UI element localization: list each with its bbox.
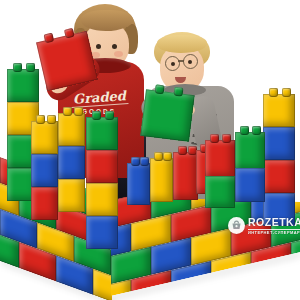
photo-scene: Graded GOODS bbox=[0, 0, 300, 300]
block-stud bbox=[47, 115, 56, 124]
block-stud bbox=[36, 115, 45, 124]
block-stud bbox=[174, 87, 184, 97]
tower-block bbox=[263, 160, 295, 193]
block-stud bbox=[44, 33, 55, 44]
block-stud bbox=[63, 107, 72, 116]
tower-block bbox=[58, 113, 85, 146]
tower-block bbox=[31, 154, 58, 187]
watermark-name: ROZETKA bbox=[248, 217, 300, 228]
tower-block bbox=[86, 216, 118, 249]
basket-icon bbox=[231, 220, 242, 231]
block-stud bbox=[222, 134, 231, 143]
child-left-blush-right bbox=[114, 51, 123, 57]
block-stud bbox=[154, 152, 163, 161]
tower-block bbox=[31, 187, 58, 220]
tower-block bbox=[263, 94, 295, 127]
watermark-tagline: ИНТЕРНЕТ-СУПЕРМАРКЕТ bbox=[248, 229, 300, 235]
rozetka-watermark: ROZETKA ИНТЕРНЕТ-СУПЕРМАРКЕТ bbox=[228, 217, 300, 235]
block-tower bbox=[58, 113, 85, 212]
parapet-block bbox=[205, 140, 235, 178]
block-stud bbox=[240, 126, 249, 135]
block-tower bbox=[31, 121, 58, 220]
held-green-block bbox=[140, 89, 194, 142]
tower-block bbox=[58, 179, 85, 212]
parapet-block bbox=[150, 158, 173, 202]
block-stud bbox=[13, 63, 22, 72]
block-stud bbox=[64, 28, 75, 39]
parapet-block bbox=[127, 163, 150, 205]
tower-block bbox=[86, 117, 118, 150]
hoodie-print-script: Graded bbox=[70, 88, 128, 108]
block-stud bbox=[92, 111, 101, 120]
block-stud bbox=[282, 88, 291, 97]
child-left-eye-right bbox=[112, 44, 117, 49]
tower-block bbox=[58, 146, 85, 179]
parapet-block bbox=[173, 152, 198, 200]
tower-block bbox=[86, 183, 118, 216]
glasses-lens-left bbox=[165, 56, 180, 71]
tower-block bbox=[31, 121, 58, 154]
block-stud bbox=[131, 157, 140, 166]
block-stud bbox=[154, 84, 164, 94]
block-stud bbox=[105, 111, 114, 120]
block-stud bbox=[163, 152, 172, 161]
block-stud bbox=[178, 146, 187, 155]
tower-block bbox=[86, 150, 118, 183]
block-tower bbox=[86, 117, 118, 249]
child-left-eye-left bbox=[96, 44, 101, 49]
block-tower bbox=[263, 94, 295, 226]
glasses-lens-right bbox=[183, 54, 198, 69]
parapet-block bbox=[235, 168, 265, 202]
block-stud bbox=[140, 157, 149, 166]
glasses-bridge bbox=[178, 60, 184, 62]
parapet-block bbox=[205, 176, 235, 208]
rozetka-watermark-texts: ROZETKA ИНТЕРНЕТ-СУПЕРМАРКЕТ bbox=[248, 217, 300, 235]
parapet-block bbox=[235, 132, 265, 170]
block-stud bbox=[26, 63, 35, 72]
rozetka-logo-icon bbox=[228, 217, 245, 234]
block-stud bbox=[210, 134, 219, 143]
block-stud bbox=[252, 126, 261, 135]
block-stud bbox=[74, 107, 83, 116]
tower-block bbox=[7, 69, 39, 102]
tower-block bbox=[263, 127, 295, 160]
block-stud bbox=[269, 88, 278, 97]
